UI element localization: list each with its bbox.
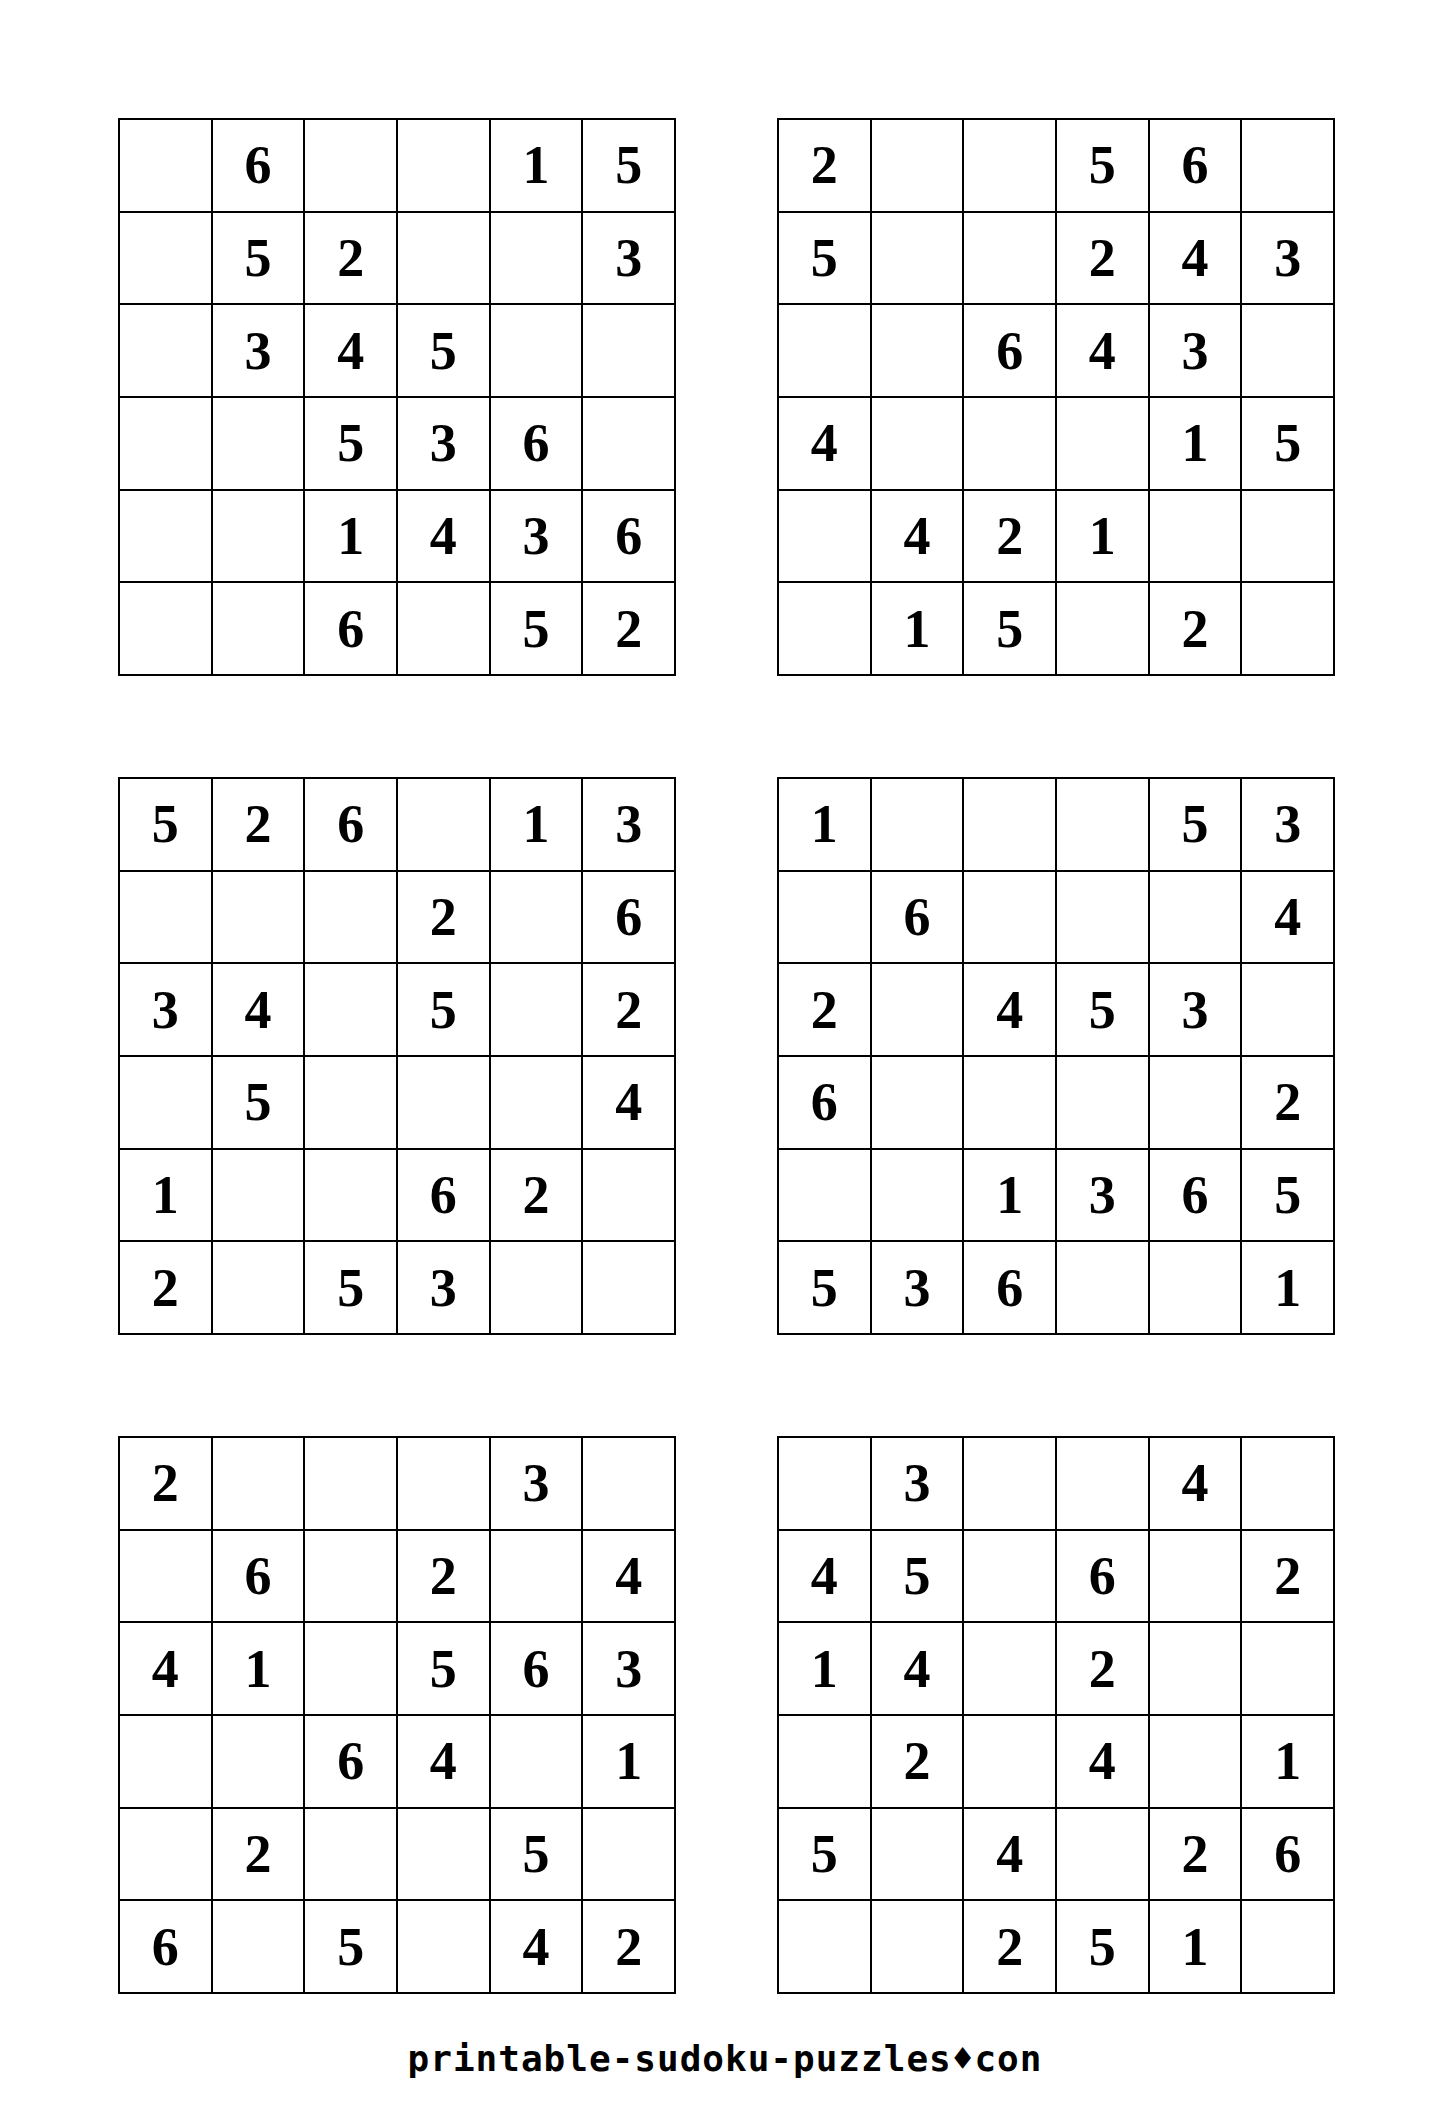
puzzle-1-cell-r5c4: 4 (398, 491, 489, 582)
puzzle-6-cell-r4c6: 1 (1242, 1716, 1333, 1807)
puzzle-2-cell-r1c5: 6 (1150, 120, 1241, 211)
puzzle-3-cell-r3c2: 4 (213, 964, 304, 1055)
puzzle-1-cell-r2c2: 5 (213, 213, 304, 304)
puzzle-5-cell-r6c2 (213, 1901, 304, 1992)
puzzle-5-cell-r4c5 (491, 1716, 582, 1807)
puzzle-1-cell-r3c6 (583, 305, 674, 396)
puzzle-4-cell-r5c1 (779, 1150, 870, 1241)
puzzle-4-cell-r4c5 (1150, 1057, 1241, 1148)
puzzle-1-cell-r6c2 (213, 583, 304, 674)
puzzle-3-cell-r6c2 (213, 1242, 304, 1333)
puzzle-5-cell-r5c3 (305, 1809, 396, 1900)
puzzle-2-cell-r3c1 (779, 305, 870, 396)
puzzle-5-cell-r5c6 (583, 1809, 674, 1900)
puzzle-5-cell-r4c3: 6 (305, 1716, 396, 1807)
puzzle-2-cell-r1c6 (1242, 120, 1333, 211)
puzzle-5-cell-r4c4: 4 (398, 1716, 489, 1807)
puzzle-5-cell-r2c3 (305, 1531, 396, 1622)
puzzle-1-cell-r3c1 (120, 305, 211, 396)
puzzle-3-cell-r4c6: 4 (583, 1057, 674, 1148)
puzzle-3-cell-r5c2 (213, 1150, 304, 1241)
puzzle-4-cell-r5c4: 3 (1057, 1150, 1148, 1241)
puzzle-4-cell-r1c3 (964, 779, 1055, 870)
puzzle-2-cell-r4c2 (872, 398, 963, 489)
puzzle-6-cell-r1c5: 4 (1150, 1438, 1241, 1529)
puzzle-5-cell-r1c2 (213, 1438, 304, 1529)
puzzle-1-cell-r1c1 (120, 120, 211, 211)
puzzle-1-cell-r6c4 (398, 583, 489, 674)
puzzle-6-cell-r6c3: 2 (964, 1901, 1055, 1992)
puzzle-1-cell-r5c3: 1 (305, 491, 396, 582)
puzzle-1-cell-r3c4: 5 (398, 305, 489, 396)
puzzle-2-cell-r3c2 (872, 305, 963, 396)
puzzle-2-cell-r6c2: 1 (872, 583, 963, 674)
puzzle-4-cell-r3c5: 3 (1150, 964, 1241, 1055)
puzzle-4-cell-r3c6 (1242, 964, 1333, 1055)
puzzle-3-cell-r1c6: 3 (583, 779, 674, 870)
puzzle-6-cell-r6c5: 1 (1150, 1901, 1241, 1992)
sudoku-grid-6: 3445621422415426251 (777, 1436, 1335, 1994)
puzzle-6-cell-r3c1: 1 (779, 1623, 870, 1714)
puzzle-3-cell-r5c4: 6 (398, 1150, 489, 1241)
puzzle-5-cell-r3c3 (305, 1623, 396, 1714)
puzzle-6-cell-r2c3 (964, 1531, 1055, 1622)
puzzle-3-cell-r1c3: 6 (305, 779, 396, 870)
puzzle-5-cell-r2c6: 4 (583, 1531, 674, 1622)
puzzle-2-cell-r5c3: 2 (964, 491, 1055, 582)
footer-site-label: printable-sudoku-puzzles♦con (0, 2038, 1450, 2079)
puzzle-6-cell-r1c1 (779, 1438, 870, 1529)
puzzle-4-cell-r1c2 (872, 779, 963, 870)
puzzle-2-cell-r6c1 (779, 583, 870, 674)
puzzle-3-cell-r6c6 (583, 1242, 674, 1333)
puzzle-2-cell-r4c3 (964, 398, 1055, 489)
puzzle-5-cell-r5c1 (120, 1809, 211, 1900)
puzzle-6-cell-r5c1: 5 (779, 1809, 870, 1900)
puzzle-6-cell-r6c4: 5 (1057, 1901, 1148, 1992)
puzzle-5-cell-r5c4 (398, 1809, 489, 1900)
puzzle-4-cell-r4c1: 6 (779, 1057, 870, 1148)
puzzle-4-cell-r3c1: 2 (779, 964, 870, 1055)
puzzle-5-cell-r6c5: 4 (491, 1901, 582, 1992)
puzzle-6-cell-r5c2 (872, 1809, 963, 1900)
puzzle-6-cell-r2c6: 2 (1242, 1531, 1333, 1622)
puzzle-2-cell-r5c2: 4 (872, 491, 963, 582)
puzzle-2-cell-r3c6 (1242, 305, 1333, 396)
puzzle-2-cell-r5c6 (1242, 491, 1333, 582)
puzzle-5-cell-r2c1 (120, 1531, 211, 1622)
puzzle-4-cell-r1c4 (1057, 779, 1148, 870)
puzzle-3-cell-r3c4: 5 (398, 964, 489, 1055)
puzzle-5-cell-r3c5: 6 (491, 1623, 582, 1714)
puzzle-2-cell-r3c5: 3 (1150, 305, 1241, 396)
puzzle-3-cell-r2c6: 6 (583, 872, 674, 963)
sudoku-grid-2: 2565243643415421152 (777, 118, 1335, 676)
puzzle-1-cell-r5c6: 6 (583, 491, 674, 582)
sudoku-grid-3: 5261326345254162253 (118, 777, 676, 1335)
puzzle-4-cell-r4c4 (1057, 1057, 1148, 1148)
puzzle-3-cell-r6c5 (491, 1242, 582, 1333)
puzzle-2-cell-r1c4: 5 (1057, 120, 1148, 211)
puzzle-5-cell-r3c1: 4 (120, 1623, 211, 1714)
puzzle-6-cell-r2c5 (1150, 1531, 1241, 1622)
puzzle-5-cell-r5c5: 5 (491, 1809, 582, 1900)
puzzle-1-cell-r2c5 (491, 213, 582, 304)
puzzle-6-cell-r3c6 (1242, 1623, 1333, 1714)
puzzle-6-cell-r5c4 (1057, 1809, 1148, 1900)
puzzle-1-cell-r4c6 (583, 398, 674, 489)
puzzle-4-cell-r4c3 (964, 1057, 1055, 1148)
puzzle-5-cell-r4c6: 1 (583, 1716, 674, 1807)
puzzle-2-cell-r4c6: 5 (1242, 398, 1333, 489)
puzzle-1-cell-r2c1 (120, 213, 211, 304)
puzzle-3-cell-r6c3: 5 (305, 1242, 396, 1333)
puzzle-3-cell-r5c5: 2 (491, 1150, 582, 1241)
puzzle-3-cell-r3c3 (305, 964, 396, 1055)
puzzle-4-cell-r1c5: 5 (1150, 779, 1241, 870)
puzzle-2-cell-r5c1 (779, 491, 870, 582)
puzzle-3-cell-r4c4 (398, 1057, 489, 1148)
puzzle-3-cell-r2c3 (305, 872, 396, 963)
puzzle-2-cell-r6c4 (1057, 583, 1148, 674)
puzzle-4-cell-r3c4: 5 (1057, 964, 1148, 1055)
puzzle-4-cell-r1c1: 1 (779, 779, 870, 870)
puzzle-6-cell-r4c4: 4 (1057, 1716, 1148, 1807)
puzzle-3-cell-r1c1: 5 (120, 779, 211, 870)
puzzle-6-cell-r5c5: 2 (1150, 1809, 1241, 1900)
puzzle-4-cell-r4c2 (872, 1057, 963, 1148)
puzzle-2-cell-r3c4: 4 (1057, 305, 1148, 396)
puzzle-6-cell-r4c3 (964, 1716, 1055, 1807)
puzzle-2-cell-r2c3 (964, 213, 1055, 304)
puzzle-4-cell-r4c6: 2 (1242, 1057, 1333, 1148)
puzzle-5-cell-r6c3: 5 (305, 1901, 396, 1992)
puzzle-4-cell-r5c5: 6 (1150, 1150, 1241, 1241)
puzzle-3-cell-r2c5 (491, 872, 582, 963)
puzzle-1-cell-r4c4: 3 (398, 398, 489, 489)
puzzle-4-cell-r3c3: 4 (964, 964, 1055, 1055)
puzzle-1-cell-r4c2 (213, 398, 304, 489)
puzzle-2-cell-r5c5 (1150, 491, 1241, 582)
puzzle-5-cell-r1c3 (305, 1438, 396, 1529)
puzzle-3-cell-r1c5: 1 (491, 779, 582, 870)
puzzle-3-cell-r4c2: 5 (213, 1057, 304, 1148)
puzzle-5-cell-r4c2 (213, 1716, 304, 1807)
puzzle-4-cell-r5c2 (872, 1150, 963, 1241)
puzzle-3-cell-r1c2: 2 (213, 779, 304, 870)
puzzle-1-cell-r6c3: 6 (305, 583, 396, 674)
puzzle-6-cell-r2c1: 4 (779, 1531, 870, 1622)
puzzle-4-cell-r6c1: 5 (779, 1242, 870, 1333)
puzzle-1-cell-r6c1 (120, 583, 211, 674)
puzzle-1-cell-r4c5: 6 (491, 398, 582, 489)
puzzle-2-cell-r1c2 (872, 120, 963, 211)
puzzle-2-cell-r6c6 (1242, 583, 1333, 674)
puzzle-2-cell-r2c1: 5 (779, 213, 870, 304)
puzzle-2-cell-r6c3: 5 (964, 583, 1055, 674)
puzzle-2-cell-r4c1: 4 (779, 398, 870, 489)
puzzle-5-cell-r3c4: 5 (398, 1623, 489, 1714)
puzzle-6-cell-r6c6 (1242, 1901, 1333, 1992)
puzzle-6-cell-r3c2: 4 (872, 1623, 963, 1714)
puzzle-1-cell-r5c1 (120, 491, 211, 582)
puzzle-4-cell-r2c2: 6 (872, 872, 963, 963)
puzzle-1-cell-r2c6: 3 (583, 213, 674, 304)
puzzle-5-cell-r5c2: 2 (213, 1809, 304, 1900)
puzzle-1-cell-r4c3: 5 (305, 398, 396, 489)
puzzle-2-cell-r1c3 (964, 120, 1055, 211)
puzzle-2-cell-r6c5: 2 (1150, 583, 1241, 674)
puzzle-6-cell-r1c4 (1057, 1438, 1148, 1529)
puzzle-2-cell-r1c1: 2 (779, 120, 870, 211)
puzzle-3-cell-r3c1: 3 (120, 964, 211, 1055)
puzzle-1-cell-r2c3: 2 (305, 213, 396, 304)
printable-sudoku-sheet: 6155233455361436652 2565243643415421152 … (0, 0, 1450, 2112)
puzzle-4-cell-r6c2: 3 (872, 1242, 963, 1333)
puzzle-6-cell-r1c2: 3 (872, 1438, 963, 1529)
puzzle-5-cell-r1c1: 2 (120, 1438, 211, 1529)
puzzle-4-cell-r2c3 (964, 872, 1055, 963)
puzzle-3-cell-r2c2 (213, 872, 304, 963)
puzzle-3-cell-r4c1 (120, 1057, 211, 1148)
puzzle-6-cell-r6c2 (872, 1901, 963, 1992)
sudoku-grid-5: 2362441563641256542 (118, 1436, 676, 1994)
puzzle-5-cell-r6c1: 6 (120, 1901, 211, 1992)
sudoku-grid-1: 6155233455361436652 (118, 118, 676, 676)
puzzle-2-cell-r4c5: 1 (1150, 398, 1241, 489)
puzzle-6-cell-r3c4: 2 (1057, 1623, 1148, 1714)
puzzle-6-cell-r4c1 (779, 1716, 870, 1807)
puzzle-4-cell-r6c3: 6 (964, 1242, 1055, 1333)
puzzle-6-cell-r3c5 (1150, 1623, 1241, 1714)
puzzle-4-cell-r6c5 (1150, 1242, 1241, 1333)
puzzle-1-cell-r1c3 (305, 120, 396, 211)
puzzle-3-cell-r2c1 (120, 872, 211, 963)
puzzle-5-cell-r1c4 (398, 1438, 489, 1529)
puzzle-1-cell-r6c5: 5 (491, 583, 582, 674)
puzzle-2-cell-r2c6: 3 (1242, 213, 1333, 304)
puzzle-4-cell-r6c4 (1057, 1242, 1148, 1333)
puzzle-6-cell-r2c2: 5 (872, 1531, 963, 1622)
puzzle-2-cell-r2c5: 4 (1150, 213, 1241, 304)
puzzle-3-cell-r3c5 (491, 964, 582, 1055)
puzzle-3-cell-r5c3 (305, 1150, 396, 1241)
puzzle-6-cell-r5c3: 4 (964, 1809, 1055, 1900)
puzzle-4-cell-r2c1 (779, 872, 870, 963)
puzzle-3-cell-r5c1: 1 (120, 1150, 211, 1241)
puzzle-4-cell-r5c6: 5 (1242, 1150, 1333, 1241)
puzzle-1-cell-r3c3: 4 (305, 305, 396, 396)
puzzle-4-cell-r5c3: 1 (964, 1150, 1055, 1241)
puzzle-6-cell-r4c2: 2 (872, 1716, 963, 1807)
puzzle-3-cell-r4c3 (305, 1057, 396, 1148)
puzzle-5-cell-r3c6: 3 (583, 1623, 674, 1714)
puzzle-5-cell-r1c5: 3 (491, 1438, 582, 1529)
puzzle-2-cell-r3c3: 6 (964, 305, 1055, 396)
puzzle-3-cell-r2c4: 2 (398, 872, 489, 963)
puzzle-3-cell-r6c1: 2 (120, 1242, 211, 1333)
puzzle-5-cell-r2c5 (491, 1531, 582, 1622)
puzzle-1-cell-r6c6: 2 (583, 583, 674, 674)
puzzle-6-cell-r2c4: 6 (1057, 1531, 1148, 1622)
puzzle-1-cell-r2c4 (398, 213, 489, 304)
puzzle-5-cell-r4c1 (120, 1716, 211, 1807)
puzzle-6-cell-r3c3 (964, 1623, 1055, 1714)
puzzle-2-cell-r2c4: 2 (1057, 213, 1148, 304)
puzzle-1-cell-r1c2: 6 (213, 120, 304, 211)
puzzle-5-cell-r3c2: 1 (213, 1623, 304, 1714)
puzzle-4-cell-r2c4 (1057, 872, 1148, 963)
puzzle-5-cell-r2c4: 2 (398, 1531, 489, 1622)
puzzle-4-cell-r6c6: 1 (1242, 1242, 1333, 1333)
puzzle-3-cell-r5c6 (583, 1150, 674, 1241)
puzzle-4-cell-r3c2 (872, 964, 963, 1055)
puzzle-1-cell-r1c4 (398, 120, 489, 211)
puzzle-5-cell-r6c4 (398, 1901, 489, 1992)
sudoku-grid-4: 1536424536213655361 (777, 777, 1335, 1335)
puzzle-1-cell-r4c1 (120, 398, 211, 489)
puzzle-1-cell-r3c2: 3 (213, 305, 304, 396)
puzzle-3-cell-r6c4: 3 (398, 1242, 489, 1333)
puzzle-2-cell-r5c4: 1 (1057, 491, 1148, 582)
puzzle-5-cell-r6c6: 2 (583, 1901, 674, 1992)
puzzle-4-cell-r2c5 (1150, 872, 1241, 963)
puzzle-2-cell-r2c2 (872, 213, 963, 304)
puzzle-1-cell-r1c5: 1 (491, 120, 582, 211)
puzzle-6-cell-r6c1 (779, 1901, 870, 1992)
puzzle-3-cell-r4c5 (491, 1057, 582, 1148)
puzzle-6-cell-r4c5 (1150, 1716, 1241, 1807)
puzzle-1-cell-r3c5 (491, 305, 582, 396)
puzzle-6-cell-r1c6 (1242, 1438, 1333, 1529)
puzzle-1-cell-r5c5: 3 (491, 491, 582, 582)
puzzle-2-cell-r4c4 (1057, 398, 1148, 489)
puzzle-5-cell-r1c6 (583, 1438, 674, 1529)
puzzle-3-cell-r1c4 (398, 779, 489, 870)
puzzle-5-cell-r2c2: 6 (213, 1531, 304, 1622)
puzzle-6-cell-r5c6: 6 (1242, 1809, 1333, 1900)
puzzle-6-cell-r1c3 (964, 1438, 1055, 1529)
puzzle-4-cell-r2c6: 4 (1242, 872, 1333, 963)
puzzle-4-cell-r1c6: 3 (1242, 779, 1333, 870)
puzzle-3-cell-r3c6: 2 (583, 964, 674, 1055)
puzzle-1-cell-r1c6: 5 (583, 120, 674, 211)
puzzle-1-cell-r5c2 (213, 491, 304, 582)
